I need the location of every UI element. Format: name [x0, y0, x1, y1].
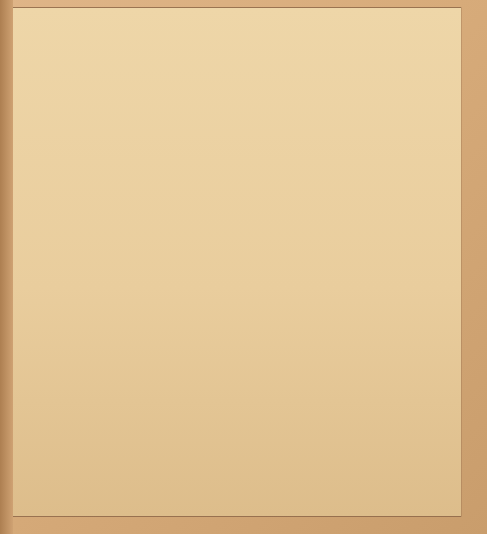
- wood-edge-left: [0, 0, 13, 534]
- xiangqi-game-screen: 楚河 漢界 炮將象兵馬車馬車車卒相炮卒車帥 將 嗨客手机站www.hackhom…: [0, 0, 487, 534]
- board-surface: [13, 8, 461, 516]
- wood-edge-right: [461, 0, 487, 534]
